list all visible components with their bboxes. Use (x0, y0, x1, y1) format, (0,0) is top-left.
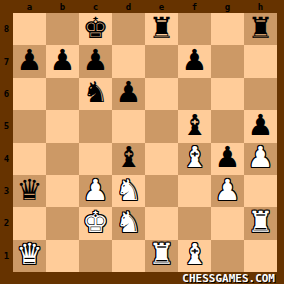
square-g2 (211, 207, 244, 239)
square-f3 (178, 175, 211, 207)
file-label-a: a (13, 0, 46, 13)
square-b7: ♟ (46, 45, 79, 77)
chess-diagram: abcdefgh 87654321 ♚♜♜♟♟♟♟♞♟♝♟♝♝♟♟♛♟♞♟♚♞♜… (0, 0, 284, 284)
square-h8: ♜ (244, 13, 277, 45)
rank-label-6: 6 (0, 78, 13, 110)
square-g6 (211, 78, 244, 110)
square-b3 (46, 175, 79, 207)
square-g4: ♟ (211, 143, 244, 175)
square-d3: ♞ (112, 175, 145, 207)
black-pawn-g4: ♟ (215, 143, 241, 172)
black-pawn-c7: ♟ (83, 46, 109, 75)
square-c7: ♟ (79, 45, 112, 77)
black-bishop-f5: ♝ (182, 111, 208, 140)
square-b2 (46, 207, 79, 239)
square-f4: ♝ (178, 143, 211, 175)
white-king-c2: ♚ (83, 208, 109, 237)
square-f8 (178, 13, 211, 45)
square-h1 (244, 240, 277, 272)
square-e8: ♜ (145, 13, 178, 45)
black-king-c8: ♚ (83, 14, 109, 43)
square-d6: ♟ (112, 78, 145, 110)
square-c4 (79, 143, 112, 175)
square-b6 (46, 78, 79, 110)
white-queen-a1: ♛ (17, 240, 43, 269)
file-label-f: f (178, 0, 211, 13)
black-pawn-d6: ♟ (116, 78, 142, 107)
file-label-e: e (145, 0, 178, 13)
square-b5 (46, 110, 79, 142)
rank-label-8: 8 (0, 13, 13, 45)
square-c1 (79, 240, 112, 272)
black-pawn-b7: ♟ (50, 46, 76, 75)
square-g8 (211, 13, 244, 45)
square-h2: ♜ (244, 207, 277, 239)
square-a3: ♛ (13, 175, 46, 207)
square-h4: ♟ (244, 143, 277, 175)
square-d8 (112, 13, 145, 45)
square-g5 (211, 110, 244, 142)
square-c5 (79, 110, 112, 142)
black-pawn-h5: ♟ (248, 111, 274, 140)
square-e5 (145, 110, 178, 142)
file-label-b: b (46, 0, 79, 13)
rank-label-3: 3 (0, 175, 13, 207)
white-pawn-c3: ♟ (83, 176, 109, 205)
square-b1 (46, 240, 79, 272)
file-label-d: d (112, 0, 145, 13)
black-queen-a3: ♛ (17, 176, 43, 205)
square-b4 (46, 143, 79, 175)
white-knight-d2: ♞ (116, 208, 142, 237)
black-bishop-d4: ♝ (116, 143, 142, 172)
white-bishop-f4: ♝ (182, 143, 208, 172)
square-b8 (46, 13, 79, 45)
square-f2 (178, 207, 211, 239)
white-pawn-h4: ♟ (248, 143, 274, 172)
square-e4 (145, 143, 178, 175)
square-g3: ♟ (211, 175, 244, 207)
black-pawn-a7: ♟ (17, 46, 43, 75)
square-c2: ♚ (79, 207, 112, 239)
square-a6 (13, 78, 46, 110)
square-d4: ♝ (112, 143, 145, 175)
black-knight-c6: ♞ (83, 78, 109, 107)
square-c3: ♟ (79, 175, 112, 207)
rank-label-7: 7 (0, 45, 13, 77)
square-c8: ♚ (79, 13, 112, 45)
square-d5 (112, 110, 145, 142)
square-d2: ♞ (112, 207, 145, 239)
square-f6 (178, 78, 211, 110)
square-a8 (13, 13, 46, 45)
square-f7: ♟ (178, 45, 211, 77)
square-a2 (13, 207, 46, 239)
square-g1 (211, 240, 244, 272)
square-e2 (145, 207, 178, 239)
black-rook-e8: ♜ (149, 14, 175, 43)
white-rook-e1: ♜ (149, 240, 175, 269)
square-e1: ♜ (145, 240, 178, 272)
chess-board: ♚♜♜♟♟♟♟♞♟♝♟♝♝♟♟♛♟♞♟♚♞♜♛♜♝ (13, 13, 277, 272)
square-h6 (244, 78, 277, 110)
rank-label-1: 1 (0, 240, 13, 272)
white-bishop-f1: ♝ (182, 240, 208, 269)
square-a7: ♟ (13, 45, 46, 77)
file-label-h: h (244, 0, 277, 13)
square-e6 (145, 78, 178, 110)
square-e3 (145, 175, 178, 207)
square-g7 (211, 45, 244, 77)
square-d1 (112, 240, 145, 272)
white-rook-h2: ♜ (248, 208, 274, 237)
rank-label-4: 4 (0, 143, 13, 175)
square-h7 (244, 45, 277, 77)
square-f5: ♝ (178, 110, 211, 142)
rank-labels: 87654321 (0, 13, 13, 272)
square-a4 (13, 143, 46, 175)
site-credit: CHESSGAMES.COM (13, 272, 277, 284)
square-h5: ♟ (244, 110, 277, 142)
square-a5 (13, 110, 46, 142)
square-d7 (112, 45, 145, 77)
black-rook-h8: ♜ (248, 14, 274, 43)
square-f1: ♝ (178, 240, 211, 272)
white-pawn-g3: ♟ (215, 176, 241, 205)
square-h3 (244, 175, 277, 207)
black-pawn-f7: ♟ (182, 46, 208, 75)
square-e7 (145, 45, 178, 77)
file-label-c: c (79, 0, 112, 13)
file-labels: abcdefgh (13, 0, 277, 13)
rank-label-5: 5 (0, 110, 13, 142)
rank-label-2: 2 (0, 207, 13, 239)
white-knight-d3: ♞ (116, 176, 142, 205)
file-label-g: g (211, 0, 244, 13)
square-c6: ♞ (79, 78, 112, 110)
square-a1: ♛ (13, 240, 46, 272)
